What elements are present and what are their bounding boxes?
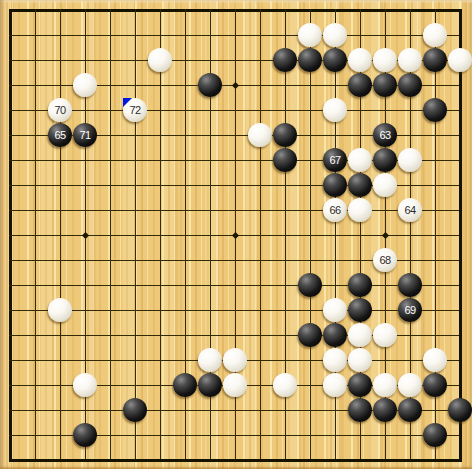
grid-line-horizontal bbox=[9, 459, 462, 462]
stone-white bbox=[323, 348, 347, 372]
stone-black bbox=[398, 73, 422, 97]
stone-white bbox=[348, 348, 372, 372]
stone-black-move-65: 65 bbox=[48, 123, 72, 147]
stone-white bbox=[448, 48, 472, 72]
stone-white bbox=[223, 373, 247, 397]
go-board-diagram: 70726571636766646869 bbox=[0, 0, 472, 469]
stone-white bbox=[323, 298, 347, 322]
stone-white bbox=[348, 48, 372, 72]
star-point bbox=[231, 81, 238, 88]
stone-white bbox=[323, 23, 347, 47]
stone-black bbox=[273, 48, 297, 72]
stone-black bbox=[423, 373, 447, 397]
stone-black bbox=[123, 398, 147, 422]
stone-white-move-68: 68 bbox=[373, 248, 397, 272]
star-point bbox=[381, 231, 388, 238]
stone-black bbox=[198, 73, 222, 97]
stone-white bbox=[373, 173, 397, 197]
stone-black bbox=[398, 398, 422, 422]
grid-line-vertical bbox=[459, 9, 462, 462]
stone-white bbox=[148, 48, 172, 72]
stone-black bbox=[273, 148, 297, 172]
stone-black-move-67: 67 bbox=[323, 148, 347, 172]
stone-white bbox=[423, 348, 447, 372]
stone-white bbox=[398, 373, 422, 397]
stone-black bbox=[423, 423, 447, 447]
stone-black-move-71: 71 bbox=[73, 123, 97, 147]
stone-black bbox=[423, 98, 447, 122]
stone-black bbox=[298, 273, 322, 297]
stone-black bbox=[298, 48, 322, 72]
star-point bbox=[231, 231, 238, 238]
stone-white bbox=[348, 323, 372, 347]
stone-black bbox=[373, 148, 397, 172]
grid-line-vertical bbox=[260, 9, 261, 462]
grid-line-horizontal bbox=[9, 310, 462, 311]
stone-white bbox=[348, 198, 372, 222]
stone-white bbox=[323, 373, 347, 397]
stone-white-move-64: 64 bbox=[398, 198, 422, 222]
stone-black bbox=[323, 323, 347, 347]
grid-line-horizontal bbox=[9, 285, 462, 286]
grid-line-vertical bbox=[310, 9, 311, 462]
stone-white bbox=[223, 348, 247, 372]
stone-white bbox=[73, 373, 97, 397]
stone-black-move-69: 69 bbox=[398, 298, 422, 322]
stone-white bbox=[248, 123, 272, 147]
stone-white bbox=[423, 23, 447, 47]
stone-white bbox=[323, 98, 347, 122]
stone-white bbox=[373, 323, 397, 347]
stone-black bbox=[348, 273, 372, 297]
stone-white bbox=[198, 348, 222, 372]
stone-black bbox=[348, 398, 372, 422]
stone-white bbox=[373, 48, 397, 72]
stone-white bbox=[398, 148, 422, 172]
stone-white bbox=[348, 148, 372, 172]
stone-black bbox=[323, 173, 347, 197]
star-point bbox=[81, 231, 88, 238]
stone-black bbox=[173, 373, 197, 397]
stone-black bbox=[198, 373, 222, 397]
stone-black bbox=[448, 398, 472, 422]
stone-black bbox=[373, 398, 397, 422]
stone-black bbox=[398, 273, 422, 297]
stone-white-move-70: 70 bbox=[48, 98, 72, 122]
stone-white-move-66: 66 bbox=[323, 198, 347, 222]
stone-white bbox=[398, 48, 422, 72]
go-board[interactable]: 70726571636766646869 bbox=[0, 0, 472, 469]
stone-black-move-63: 63 bbox=[373, 123, 397, 147]
stone-white bbox=[298, 23, 322, 47]
stone-black bbox=[348, 373, 372, 397]
last-move-marker-triangle bbox=[123, 98, 132, 107]
stone-black bbox=[273, 123, 297, 147]
stone-black bbox=[373, 73, 397, 97]
stone-white bbox=[273, 373, 297, 397]
stone-black bbox=[348, 173, 372, 197]
stone-white bbox=[48, 298, 72, 322]
stone-white bbox=[373, 373, 397, 397]
stone-black bbox=[348, 73, 372, 97]
stone-white bbox=[73, 73, 97, 97]
stone-black bbox=[348, 298, 372, 322]
stone-black bbox=[423, 48, 447, 72]
stone-black bbox=[298, 323, 322, 347]
stone-black bbox=[323, 48, 347, 72]
stone-black bbox=[73, 423, 97, 447]
